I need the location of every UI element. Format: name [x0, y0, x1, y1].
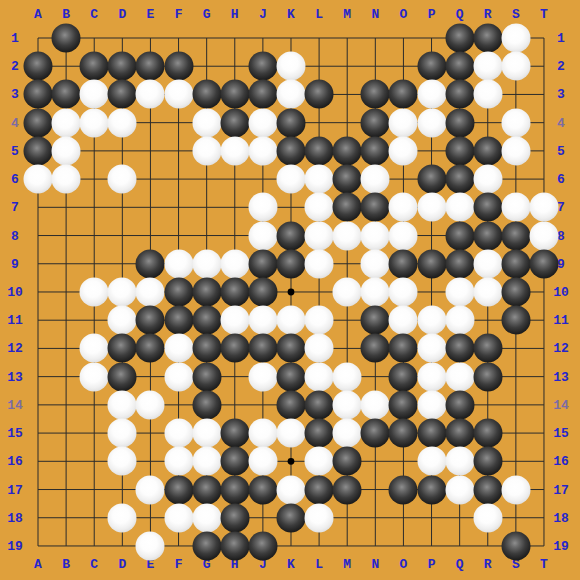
black-stone-J9[interactable] — [248, 249, 277, 278]
black-stone-L3[interactable] — [305, 80, 334, 109]
white-stone-C12[interactable] — [80, 334, 109, 363]
black-stone-P15[interactable] — [417, 419, 446, 448]
black-stone-R13[interactable] — [473, 362, 502, 391]
black-stone-F17[interactable] — [164, 475, 193, 504]
black-stone-Q5[interactable] — [445, 136, 474, 165]
white-stone-L7[interactable] — [305, 193, 334, 222]
black-stone-R1[interactable] — [473, 24, 502, 53]
white-stone-S5[interactable] — [501, 136, 530, 165]
col-label-top-D: D — [118, 8, 126, 21]
black-stone-F2[interactable] — [164, 52, 193, 81]
row-label-right-19: 19 — [553, 539, 569, 552]
black-stone-L14[interactable] — [305, 390, 334, 419]
white-stone-P3[interactable] — [417, 80, 446, 109]
col-label-bottom-T: T — [540, 558, 548, 571]
col-label-bottom-Q: Q — [456, 558, 464, 571]
white-stone-Q17[interactable] — [445, 475, 474, 504]
black-stone-J10[interactable] — [248, 277, 277, 306]
col-label-bottom-A: A — [34, 558, 42, 571]
row-label-left-3: 3 — [11, 88, 19, 101]
row-label-left-17: 17 — [7, 483, 23, 496]
white-stone-P14[interactable] — [417, 390, 446, 419]
black-stone-M5[interactable] — [333, 136, 362, 165]
black-stone-Q8[interactable] — [445, 221, 474, 250]
white-stone-K3[interactable] — [276, 80, 305, 109]
white-stone-C4[interactable] — [80, 108, 109, 137]
black-stone-M7[interactable] — [333, 193, 362, 222]
white-stone-L6[interactable] — [305, 165, 334, 194]
row-label-left-6: 6 — [11, 173, 19, 186]
white-stone-O5[interactable] — [389, 136, 418, 165]
white-stone-B6[interactable] — [52, 165, 81, 194]
white-stone-F12[interactable] — [164, 334, 193, 363]
black-stone-N5[interactable] — [361, 136, 390, 165]
black-stone-T9[interactable] — [529, 249, 558, 278]
row-label-right-1: 1 — [557, 32, 565, 45]
white-stone-E19[interactable] — [136, 531, 165, 560]
black-stone-Q12[interactable] — [445, 334, 474, 363]
col-label-bottom-R: R — [484, 558, 492, 571]
white-stone-S7[interactable] — [501, 193, 530, 222]
col-label-bottom-N: N — [371, 558, 379, 571]
black-stone-B1[interactable] — [52, 24, 81, 53]
black-stone-K5[interactable] — [276, 136, 305, 165]
col-label-bottom-B: B — [62, 558, 70, 571]
white-stone-F16[interactable] — [164, 447, 193, 476]
col-label-bottom-L: L — [315, 558, 323, 571]
star-point-K10 — [288, 289, 295, 296]
white-stone-E10[interactable] — [136, 277, 165, 306]
black-stone-G19[interactable] — [192, 531, 221, 560]
black-stone-G14[interactable] — [192, 390, 221, 419]
black-stone-J17[interactable] — [248, 475, 277, 504]
black-stone-H19[interactable] — [220, 531, 249, 560]
row-label-right-10: 10 — [553, 285, 569, 298]
white-stone-J8[interactable] — [248, 221, 277, 250]
col-label-top-K: K — [287, 8, 295, 21]
white-stone-Q11[interactable] — [445, 306, 474, 335]
black-stone-E9[interactable] — [136, 249, 165, 278]
col-label-bottom-F: F — [175, 558, 183, 571]
row-label-right-11: 11 — [553, 314, 569, 327]
white-stone-Q13[interactable] — [445, 362, 474, 391]
white-stone-B5[interactable] — [52, 136, 81, 165]
white-stone-R6[interactable] — [473, 165, 502, 194]
white-stone-G5[interactable] — [192, 136, 221, 165]
black-stone-A3[interactable] — [24, 80, 53, 109]
col-label-top-N: N — [371, 8, 379, 21]
white-stone-G16[interactable] — [192, 447, 221, 476]
white-stone-F18[interactable] — [164, 503, 193, 532]
row-label-left-7: 7 — [11, 201, 19, 214]
row-label-right-5: 5 — [557, 144, 565, 157]
white-stone-L18[interactable] — [305, 503, 334, 532]
white-stone-L11[interactable] — [305, 306, 334, 335]
white-stone-F13[interactable] — [164, 362, 193, 391]
row-label-left-4: 4 — [11, 116, 19, 129]
black-stone-F11[interactable] — [164, 306, 193, 335]
white-stone-G15[interactable] — [192, 419, 221, 448]
row-label-left-12: 12 — [7, 342, 23, 355]
row-label-left-15: 15 — [7, 427, 23, 440]
black-stone-H15[interactable] — [220, 419, 249, 448]
white-stone-L16[interactable] — [305, 447, 334, 476]
white-stone-K6[interactable] — [276, 165, 305, 194]
black-stone-Q4[interactable] — [445, 108, 474, 137]
white-stone-P16[interactable] — [417, 447, 446, 476]
black-stone-O9[interactable] — [389, 249, 418, 278]
white-stone-M8[interactable] — [333, 221, 362, 250]
black-stone-O3[interactable] — [389, 80, 418, 109]
white-stone-R9[interactable] — [473, 249, 502, 278]
col-label-top-T: T — [540, 8, 548, 21]
white-stone-K2[interactable] — [276, 52, 305, 81]
white-stone-F15[interactable] — [164, 419, 193, 448]
white-stone-N8[interactable] — [361, 221, 390, 250]
black-stone-O13[interactable] — [389, 362, 418, 391]
black-stone-M17[interactable] — [333, 475, 362, 504]
white-stone-D4[interactable] — [108, 108, 137, 137]
row-label-right-13: 13 — [553, 370, 569, 383]
white-stone-J4[interactable] — [248, 108, 277, 137]
row-label-left-9: 9 — [11, 257, 19, 270]
white-stone-E14[interactable] — [136, 390, 165, 419]
white-stone-S1[interactable] — [501, 24, 530, 53]
black-stone-R15[interactable] — [473, 419, 502, 448]
white-stone-S2[interactable] — [501, 52, 530, 81]
white-stone-D11[interactable] — [108, 306, 137, 335]
white-stone-K11[interactable] — [276, 306, 305, 335]
black-stone-P2[interactable] — [417, 52, 446, 81]
white-stone-O8[interactable] — [389, 221, 418, 250]
black-stone-S8[interactable] — [501, 221, 530, 250]
white-stone-F9[interactable] — [164, 249, 193, 278]
black-stone-Q14[interactable] — [445, 390, 474, 419]
row-label-left-16: 16 — [7, 455, 23, 468]
white-stone-C10[interactable] — [80, 277, 109, 306]
black-stone-C2[interactable] — [80, 52, 109, 81]
go-board[interactable]: AABBCCDDEEFFGGHHJJKKLLMMNNOOPPQQRRSSTT11… — [0, 0, 580, 580]
white-stone-O11[interactable] — [389, 306, 418, 335]
black-stone-P17[interactable] — [417, 475, 446, 504]
white-stone-S4[interactable] — [501, 108, 530, 137]
black-stone-Q9[interactable] — [445, 249, 474, 278]
white-stone-R2[interactable] — [473, 52, 502, 81]
row-label-right-6: 6 — [557, 173, 565, 186]
black-stone-H10[interactable] — [220, 277, 249, 306]
black-stone-P9[interactable] — [417, 249, 446, 278]
white-stone-C13[interactable] — [80, 362, 109, 391]
black-stone-N4[interactable] — [361, 108, 390, 137]
white-stone-O4[interactable] — [389, 108, 418, 137]
black-stone-J3[interactable] — [248, 80, 277, 109]
white-stone-T7[interactable] — [529, 193, 558, 222]
white-stone-L12[interactable] — [305, 334, 334, 363]
black-stone-G11[interactable] — [192, 306, 221, 335]
col-label-bottom-K: K — [287, 558, 295, 571]
row-label-left-18: 18 — [7, 511, 23, 524]
row-label-right-17: 17 — [553, 483, 569, 496]
white-stone-D10[interactable] — [108, 277, 137, 306]
col-label-bottom-C: C — [90, 558, 98, 571]
black-stone-H17[interactable] — [220, 475, 249, 504]
white-stone-R3[interactable] — [473, 80, 502, 109]
white-stone-J11[interactable] — [248, 306, 277, 335]
white-stone-P11[interactable] — [417, 306, 446, 335]
white-stone-N6[interactable] — [361, 165, 390, 194]
black-stone-E2[interactable] — [136, 52, 165, 81]
black-stone-Q3[interactable] — [445, 80, 474, 109]
row-label-right-18: 18 — [553, 511, 569, 524]
white-stone-P4[interactable] — [417, 108, 446, 137]
col-label-top-C: C — [90, 8, 98, 21]
black-stone-D12[interactable] — [108, 334, 137, 363]
black-stone-S10[interactable] — [501, 277, 530, 306]
black-stone-R16[interactable] — [473, 447, 502, 476]
col-label-top-S: S — [512, 8, 520, 21]
black-stone-D13[interactable] — [108, 362, 137, 391]
black-stone-O14[interactable] — [389, 390, 418, 419]
white-stone-R10[interactable] — [473, 277, 502, 306]
white-stone-S17[interactable] — [501, 475, 530, 504]
white-stone-G18[interactable] — [192, 503, 221, 532]
black-stone-L5[interactable] — [305, 136, 334, 165]
white-stone-J7[interactable] — [248, 193, 277, 222]
black-stone-G10[interactable] — [192, 277, 221, 306]
white-stone-L13[interactable] — [305, 362, 334, 391]
white-stone-D16[interactable] — [108, 447, 137, 476]
black-stone-N15[interactable] — [361, 419, 390, 448]
white-stone-L8[interactable] — [305, 221, 334, 250]
white-stone-G4[interactable] — [192, 108, 221, 137]
row-label-left-8: 8 — [11, 229, 19, 242]
white-stone-Q7[interactable] — [445, 193, 474, 222]
col-label-top-M: M — [343, 8, 351, 21]
white-stone-J15[interactable] — [248, 419, 277, 448]
black-stone-N7[interactable] — [361, 193, 390, 222]
black-stone-G12[interactable] — [192, 334, 221, 363]
black-stone-K13[interactable] — [276, 362, 305, 391]
black-stone-O12[interactable] — [389, 334, 418, 363]
black-stone-S9[interactable] — [501, 249, 530, 278]
black-stone-H12[interactable] — [220, 334, 249, 363]
row-label-left-10: 10 — [7, 285, 23, 298]
black-stone-F10[interactable] — [164, 277, 193, 306]
white-stone-H9[interactable] — [220, 249, 249, 278]
white-stone-D15[interactable] — [108, 419, 137, 448]
black-stone-M16[interactable] — [333, 447, 362, 476]
black-stone-K8[interactable] — [276, 221, 305, 250]
black-stone-L17[interactable] — [305, 475, 334, 504]
white-stone-H5[interactable] — [220, 136, 249, 165]
row-label-left-19: 19 — [7, 539, 23, 552]
row-label-right-15: 15 — [553, 427, 569, 440]
white-stone-T8[interactable] — [529, 221, 558, 250]
black-stone-J19[interactable] — [248, 531, 277, 560]
black-stone-N11[interactable] — [361, 306, 390, 335]
row-label-right-4: 4 — [557, 116, 565, 129]
col-label-top-J: J — [259, 8, 267, 21]
row-label-left-14: 14 — [7, 398, 23, 411]
black-stone-E12[interactable] — [136, 334, 165, 363]
black-stone-M6[interactable] — [333, 165, 362, 194]
white-stone-F3[interactable] — [164, 80, 193, 109]
star-point-K16 — [288, 458, 295, 465]
black-stone-R7[interactable] — [473, 193, 502, 222]
col-label-top-E: E — [147, 8, 155, 21]
col-label-top-G: G — [203, 8, 211, 21]
black-stone-L15[interactable] — [305, 419, 334, 448]
black-stone-R17[interactable] — [473, 475, 502, 504]
white-stone-E17[interactable] — [136, 475, 165, 504]
black-stone-H16[interactable] — [220, 447, 249, 476]
black-stone-G3[interactable] — [192, 80, 221, 109]
white-stone-P12[interactable] — [417, 334, 446, 363]
row-label-left-1: 1 — [11, 32, 19, 45]
white-stone-L9[interactable] — [305, 249, 334, 278]
black-stone-A5[interactable] — [24, 136, 53, 165]
white-stone-P7[interactable] — [417, 193, 446, 222]
black-stone-N3[interactable] — [361, 80, 390, 109]
white-stone-M15[interactable] — [333, 419, 362, 448]
col-label-top-F: F — [175, 8, 183, 21]
black-stone-A4[interactable] — [24, 108, 53, 137]
white-stone-E3[interactable] — [136, 80, 165, 109]
black-stone-H3[interactable] — [220, 80, 249, 109]
row-label-left-2: 2 — [11, 60, 19, 73]
row-label-left-11: 11 — [7, 314, 23, 327]
black-stone-K12[interactable] — [276, 334, 305, 363]
white-stone-O7[interactable] — [389, 193, 418, 222]
col-label-bottom-O: O — [400, 558, 408, 571]
black-stone-K18[interactable] — [276, 503, 305, 532]
black-stone-B3[interactable] — [52, 80, 81, 109]
white-stone-J5[interactable] — [248, 136, 277, 165]
white-stone-D6[interactable] — [108, 165, 137, 194]
black-stone-Q6[interactable] — [445, 165, 474, 194]
white-stone-N9[interactable] — [361, 249, 390, 278]
black-stone-Q15[interactable] — [445, 419, 474, 448]
black-stone-O15[interactable] — [389, 419, 418, 448]
black-stone-R12[interactable] — [473, 334, 502, 363]
black-stone-R8[interactable] — [473, 221, 502, 250]
col-label-top-O: O — [400, 8, 408, 21]
white-stone-H11[interactable] — [220, 306, 249, 335]
row-label-left-5: 5 — [11, 144, 19, 157]
black-stone-G17[interactable] — [192, 475, 221, 504]
black-stone-K14[interactable] — [276, 390, 305, 419]
col-label-top-P: P — [428, 8, 436, 21]
white-stone-M13[interactable] — [333, 362, 362, 391]
white-stone-K17[interactable] — [276, 475, 305, 504]
black-stone-E11[interactable] — [136, 306, 165, 335]
col-label-bottom-P: P — [428, 558, 436, 571]
col-label-top-B: B — [62, 8, 70, 21]
row-label-left-13: 13 — [7, 370, 23, 383]
black-stone-J2[interactable] — [248, 52, 277, 81]
row-label-right-3: 3 — [557, 88, 565, 101]
white-stone-J16[interactable] — [248, 447, 277, 476]
col-label-top-H: H — [231, 8, 239, 21]
black-stone-R5[interactable] — [473, 136, 502, 165]
white-stone-J13[interactable] — [248, 362, 277, 391]
col-label-bottom-D: D — [118, 558, 126, 571]
white-stone-O10[interactable] — [389, 277, 418, 306]
black-stone-G13[interactable] — [192, 362, 221, 391]
black-stone-Q1[interactable] — [445, 24, 474, 53]
black-stone-O17[interactable] — [389, 475, 418, 504]
black-stone-N12[interactable] — [361, 334, 390, 363]
col-label-top-L: L — [315, 8, 323, 21]
col-label-top-A: A — [34, 8, 42, 21]
black-stone-K4[interactable] — [276, 108, 305, 137]
white-stone-M10[interactable] — [333, 277, 362, 306]
black-stone-H4[interactable] — [220, 108, 249, 137]
white-stone-Q10[interactable] — [445, 277, 474, 306]
row-label-right-14: 14 — [553, 398, 569, 411]
white-stone-N10[interactable] — [361, 277, 390, 306]
black-stone-D3[interactable] — [108, 80, 137, 109]
black-stone-A2[interactable] — [24, 52, 53, 81]
white-stone-D14[interactable] — [108, 390, 137, 419]
row-label-right-12: 12 — [553, 342, 569, 355]
col-label-bottom-M: M — [343, 558, 351, 571]
col-label-top-Q: Q — [456, 8, 464, 21]
black-stone-P6[interactable] — [417, 165, 446, 194]
white-stone-M14[interactable] — [333, 390, 362, 419]
white-stone-D18[interactable] — [108, 503, 137, 532]
white-stone-G9[interactable] — [192, 249, 221, 278]
black-stone-K9[interactable] — [276, 249, 305, 278]
col-label-top-R: R — [484, 8, 492, 21]
white-stone-P13[interactable] — [417, 362, 446, 391]
black-stone-S19[interactable] — [501, 531, 530, 560]
black-stone-D2[interactable] — [108, 52, 137, 81]
black-stone-S11[interactable] — [501, 306, 530, 335]
white-stone-B4[interactable] — [52, 108, 81, 137]
row-label-right-2: 2 — [557, 60, 565, 73]
white-stone-K15[interactable] — [276, 419, 305, 448]
white-stone-A6[interactable] — [24, 165, 53, 194]
white-stone-C3[interactable] — [80, 80, 109, 109]
black-stone-Q2[interactable] — [445, 52, 474, 81]
white-stone-N14[interactable] — [361, 390, 390, 419]
black-stone-J12[interactable] — [248, 334, 277, 363]
white-stone-R18[interactable] — [473, 503, 502, 532]
row-label-right-16: 16 — [553, 455, 569, 468]
black-stone-H18[interactable] — [220, 503, 249, 532]
white-stone-Q16[interactable] — [445, 447, 474, 476]
